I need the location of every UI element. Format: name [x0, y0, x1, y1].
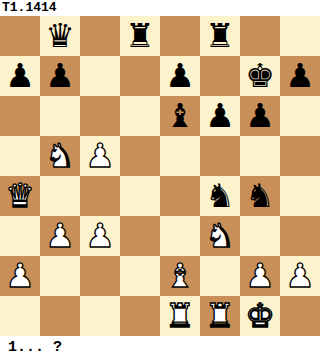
piece-black-pawn[interactable]: ♟	[285, 56, 315, 96]
piece-white-pawn[interactable]: ♟	[285, 256, 315, 296]
piece-black-rook[interactable]: ♜	[205, 16, 235, 56]
square-f1[interactable]: ♜	[200, 296, 240, 336]
square-b5[interactable]: ♞	[40, 136, 80, 176]
piece-white-rook[interactable]: ♜	[205, 296, 235, 336]
piece-black-pawn[interactable]: ♟	[45, 56, 75, 96]
square-d3[interactable]	[120, 216, 160, 256]
chess-board: ♛♜♜♟♟♟♚♟♝♟♟♞♟♛♞♞♟♟♞♟♝♟♟♜♜♚	[0, 16, 320, 336]
piece-white-knight[interactable]: ♞	[45, 136, 75, 176]
square-c7[interactable]	[80, 56, 120, 96]
square-e2[interactable]: ♝	[160, 256, 200, 296]
piece-black-knight[interactable]: ♞	[245, 176, 275, 216]
piece-white-pawn[interactable]: ♟	[45, 216, 75, 256]
square-d5[interactable]	[120, 136, 160, 176]
square-a5[interactable]	[0, 136, 40, 176]
square-b3[interactable]: ♟	[40, 216, 80, 256]
square-f8[interactable]: ♜	[200, 16, 240, 56]
piece-white-king[interactable]: ♚	[245, 296, 275, 336]
piece-white-pawn[interactable]: ♟	[5, 256, 35, 296]
square-g4[interactable]: ♞	[240, 176, 280, 216]
square-g7[interactable]: ♚	[240, 56, 280, 96]
square-a2[interactable]: ♟	[0, 256, 40, 296]
square-f4[interactable]: ♞	[200, 176, 240, 216]
square-c1[interactable]	[80, 296, 120, 336]
square-f3[interactable]: ♞	[200, 216, 240, 256]
square-g6[interactable]: ♟	[240, 96, 280, 136]
square-c3[interactable]: ♟	[80, 216, 120, 256]
square-h1[interactable]	[280, 296, 320, 336]
piece-black-pawn[interactable]: ♟	[5, 56, 35, 96]
square-f6[interactable]: ♟	[200, 96, 240, 136]
square-h4[interactable]	[280, 176, 320, 216]
piece-white-pawn[interactable]: ♟	[85, 216, 115, 256]
square-b2[interactable]	[40, 256, 80, 296]
square-e1[interactable]: ♜	[160, 296, 200, 336]
piece-black-pawn[interactable]: ♟	[245, 96, 275, 136]
piece-white-rook[interactable]: ♜	[165, 296, 195, 336]
square-b8[interactable]: ♛	[40, 16, 80, 56]
square-e3[interactable]	[160, 216, 200, 256]
puzzle-id: T1.1414	[0, 0, 320, 16]
piece-black-queen[interactable]: ♛	[45, 16, 75, 56]
square-d8[interactable]: ♜	[120, 16, 160, 56]
square-c5[interactable]: ♟	[80, 136, 120, 176]
square-a4[interactable]: ♛	[0, 176, 40, 216]
square-a1[interactable]	[0, 296, 40, 336]
square-g8[interactable]	[240, 16, 280, 56]
piece-white-bishop[interactable]: ♝	[165, 256, 195, 296]
square-g5[interactable]	[240, 136, 280, 176]
square-h5[interactable]	[280, 136, 320, 176]
piece-black-bishop[interactable]: ♝	[165, 96, 195, 136]
square-c6[interactable]	[80, 96, 120, 136]
square-g2[interactable]: ♟	[240, 256, 280, 296]
square-e8[interactable]	[160, 16, 200, 56]
piece-black-knight[interactable]: ♞	[205, 176, 235, 216]
square-f2[interactable]	[200, 256, 240, 296]
square-f5[interactable]	[200, 136, 240, 176]
square-b1[interactable]	[40, 296, 80, 336]
square-c8[interactable]	[80, 16, 120, 56]
square-a3[interactable]	[0, 216, 40, 256]
square-h7[interactable]: ♟	[280, 56, 320, 96]
square-a6[interactable]	[0, 96, 40, 136]
piece-white-knight[interactable]: ♞	[205, 216, 235, 256]
square-f7[interactable]	[200, 56, 240, 96]
piece-black-king[interactable]: ♚	[245, 56, 275, 96]
square-d2[interactable]	[120, 256, 160, 296]
move-prompt: 1... ?	[0, 336, 320, 360]
square-a7[interactable]: ♟	[0, 56, 40, 96]
square-e7[interactable]: ♟	[160, 56, 200, 96]
square-b4[interactable]	[40, 176, 80, 216]
square-d4[interactable]	[120, 176, 160, 216]
square-g3[interactable]	[240, 216, 280, 256]
square-e4[interactable]	[160, 176, 200, 216]
square-h3[interactable]	[280, 216, 320, 256]
piece-white-queen[interactable]: ♛	[5, 176, 35, 216]
piece-black-rook[interactable]: ♜	[125, 16, 155, 56]
square-e6[interactable]: ♝	[160, 96, 200, 136]
piece-white-pawn[interactable]: ♟	[85, 136, 115, 176]
square-c2[interactable]	[80, 256, 120, 296]
square-e5[interactable]	[160, 136, 200, 176]
square-h2[interactable]: ♟	[280, 256, 320, 296]
square-c4[interactable]	[80, 176, 120, 216]
piece-black-pawn[interactable]: ♟	[165, 56, 195, 96]
piece-white-pawn[interactable]: ♟	[245, 256, 275, 296]
square-h6[interactable]	[280, 96, 320, 136]
square-d6[interactable]	[120, 96, 160, 136]
square-b6[interactable]	[40, 96, 80, 136]
piece-black-pawn[interactable]: ♟	[205, 96, 235, 136]
square-b7[interactable]: ♟	[40, 56, 80, 96]
square-d7[interactable]	[120, 56, 160, 96]
square-g1[interactable]: ♚	[240, 296, 280, 336]
square-h8[interactable]	[280, 16, 320, 56]
square-d1[interactable]	[120, 296, 160, 336]
square-a8[interactable]	[0, 16, 40, 56]
chess-app-window: T1.1414 ♛♜♜♟♟♟♚♟♝♟♟♞♟♛♞♞♟♟♞♟♝♟♟♜♜♚ 1... …	[0, 0, 320, 360]
